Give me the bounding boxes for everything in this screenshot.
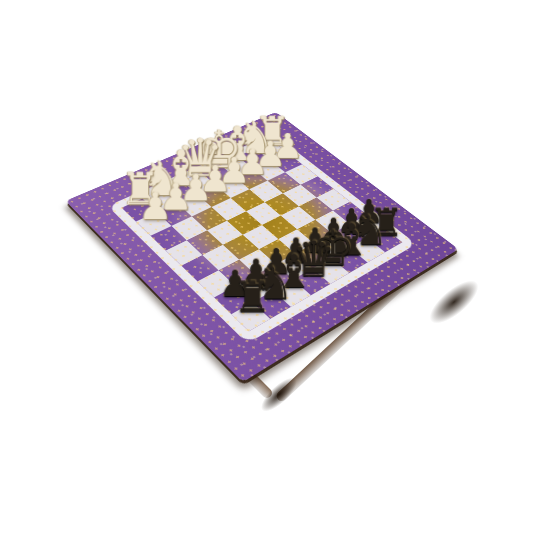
board-border: ♜♞♝♛♚♝♞♜♟♟♟♟♟♟♟♟♟♟♟♟♟♟♟♟♜♞♝♛♚♝♞♜ xyxy=(65,112,458,382)
product-photo: ♜♞♝♛♚♝♞♜♟♟♟♟♟♟♟♟♟♟♟♟♟♟♟♟♜♞♝♛♚♝♞♜ xyxy=(0,0,533,533)
board-foot-shadow xyxy=(423,274,484,331)
piece-black-rook[interactable]: ♜ xyxy=(214,276,291,318)
chess-board: ♜♞♝♛♚♝♞♜♟♟♟♟♟♟♟♟♟♟♟♟♟♟♟♟♜♞♝♛♚♝♞♜ xyxy=(65,112,458,382)
square-a8[interactable]: ♜ xyxy=(231,302,270,331)
piece-white-pawn[interactable]: ♟ xyxy=(120,187,190,225)
checkerboard: ♜♞♝♛♚♝♞♜♟♟♟♟♟♟♟♟♟♟♟♟♟♟♟♟♜♞♝♛♚♝♞♜ xyxy=(122,141,403,331)
